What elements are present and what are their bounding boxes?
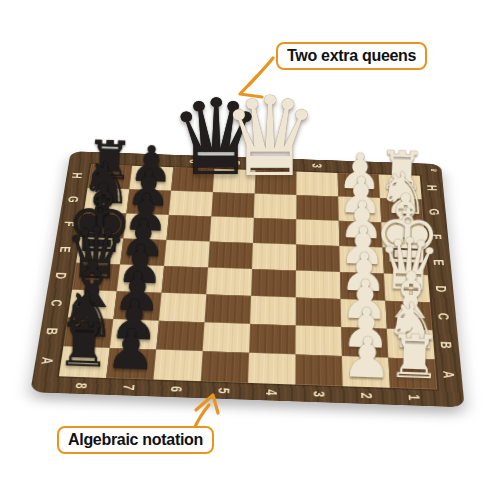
square-d7: ♟: [117, 264, 164, 292]
coord-top-7: 7: [143, 148, 163, 171]
square-c7: ♟: [113, 291, 161, 320]
coord-left-E: E: [43, 243, 88, 256]
square-b7: ♟: [110, 319, 159, 349]
square-e7: ♟: [120, 238, 166, 265]
square-f6: [166, 215, 211, 242]
square-e6: [164, 240, 210, 267]
chess-set-product-image: 87654321 87654321 HGFEDCBA HGFEDCBA ♛ ♜♟…: [0, 0, 500, 500]
square-a1: ♜: [388, 358, 437, 390]
square-b8: ♞: [63, 317, 113, 347]
square-e3: [296, 245, 340, 273]
coord-top-1: 1: [389, 157, 408, 181]
square-f4: [253, 218, 296, 245]
square-b2: ♟: [341, 327, 388, 358]
coord-top-2: 2: [349, 155, 368, 179]
coord-top-8: 8: [102, 147, 123, 170]
square-b1: ♞: [387, 329, 435, 360]
square-b6: [156, 321, 204, 352]
square-b4: [249, 324, 296, 355]
square-g7: ♟: [126, 189, 171, 215]
callout-two-extra-queens: Two extra queens: [276, 42, 427, 70]
square-d3: [296, 271, 341, 300]
square-a3: [295, 354, 342, 386]
square-a4: [248, 353, 295, 385]
square-c1: ♝: [385, 301, 432, 331]
square-d6: [162, 266, 208, 294]
square-g2: ♟: [338, 197, 381, 223]
coord-right-E: E: [417, 256, 462, 269]
coord-right-F: F: [415, 231, 459, 243]
coord-left-H: H: [56, 170, 99, 182]
square-e2: ♟: [339, 246, 384, 274]
square-b3: [295, 325, 341, 356]
coord-left-F: F: [47, 218, 92, 230]
square-a5: [201, 351, 249, 383]
coord-left-G: G: [52, 193, 96, 205]
square-a7: ♟: [106, 348, 156, 380]
square-c4: [250, 296, 296, 326]
square-d2: ♟: [340, 272, 385, 301]
square-d5: [206, 267, 252, 295]
square-f2: ♟: [339, 221, 383, 248]
square-f5: [210, 216, 254, 243]
square-b5: [203, 322, 250, 353]
extra-white-queen: ♛: [215, 82, 325, 192]
square-e4: [252, 243, 296, 271]
piece-white-pawn-b2: ♟: [340, 300, 391, 357]
square-d8: ♛: [72, 263, 120, 291]
brand-mark-icon: ♛: [429, 168, 438, 173]
square-f7: ♟: [123, 213, 169, 240]
square-e5: [208, 241, 253, 269]
coord-right-H: H: [411, 182, 453, 194]
square-f3: [296, 219, 339, 246]
square-d1: ♛: [384, 274, 430, 303]
square-c8: ♝: [68, 290, 117, 319]
square-d4: [251, 269, 296, 298]
square-a2: ♟: [342, 356, 390, 388]
square-c5: [205, 294, 252, 323]
square-c2: ♟: [341, 299, 387, 329]
square-a6: [153, 350, 202, 382]
callout-algebraic-notation: Algebraic notation: [57, 426, 214, 454]
coord-right-G: G: [413, 206, 456, 218]
square-a8: ♜: [59, 346, 110, 378]
square-c6: [159, 293, 206, 322]
square-c3: [296, 298, 342, 328]
